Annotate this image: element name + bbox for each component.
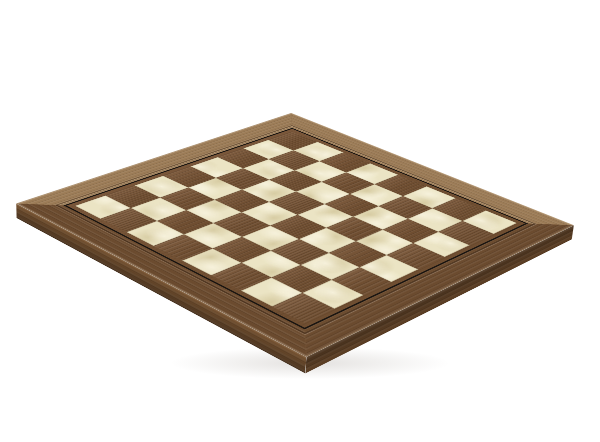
board-square — [212, 237, 270, 263]
board-square — [182, 248, 242, 275]
board-square — [413, 232, 470, 257]
board-top-face — [16, 113, 574, 357]
board-square — [184, 223, 241, 248]
board-square — [241, 250, 300, 277]
board-square — [157, 210, 214, 234]
board-square — [272, 293, 335, 323]
board-square — [329, 241, 387, 267]
board-square — [241, 277, 302, 306]
chess-board — [16, 113, 574, 357]
board-square — [301, 253, 360, 280]
board-square — [242, 225, 299, 250]
board-square — [271, 265, 331, 293]
board-square — [326, 217, 382, 241]
board-square — [387, 243, 445, 269]
board-square — [211, 263, 271, 291]
board-square — [360, 255, 419, 282]
board-square — [154, 234, 213, 260]
board-square — [127, 221, 185, 246]
board-square — [332, 267, 392, 295]
board-square — [299, 228, 356, 253]
board-square — [100, 208, 157, 232]
board-square — [270, 215, 326, 239]
playing-field — [66, 129, 525, 328]
board-square — [214, 212, 270, 236]
board-square — [356, 230, 413, 255]
product-photo — [0, 0, 600, 442]
board-square — [302, 280, 363, 309]
board-square — [271, 239, 329, 265]
